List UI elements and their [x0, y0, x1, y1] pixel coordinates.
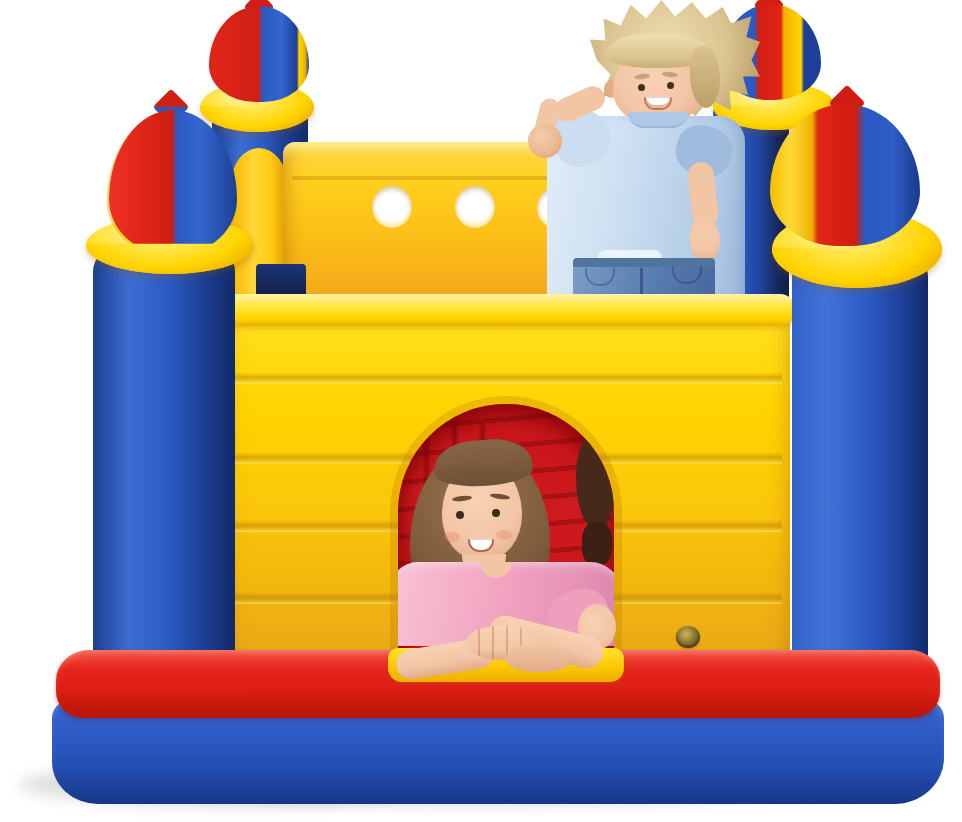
- boy-left-hand: [690, 218, 720, 262]
- boy-eye-left: [638, 84, 645, 91]
- porthole-window-2: [455, 186, 495, 228]
- product-photo-bounce-house: [0, 0, 962, 822]
- girl-eye-right: [492, 509, 500, 517]
- boy-eye-right: [667, 82, 674, 89]
- boy-tshirt-collar: [628, 112, 688, 128]
- interior-shadow-figure-lower: [582, 522, 612, 566]
- tower-dome-back-left: [209, 6, 309, 102]
- boy-right-fist: [528, 124, 562, 158]
- girl-hand-under: [506, 644, 572, 672]
- front-wall-rib-1: [230, 372, 782, 384]
- air-valve: [676, 626, 700, 648]
- porthole-window-1: [372, 186, 412, 228]
- tower-column-front-left: [93, 246, 235, 686]
- front-wall-top-ridge: [216, 294, 796, 326]
- girl-cheek-right: [496, 530, 512, 540]
- girl-eye-left: [456, 511, 464, 519]
- tower-column-front-right: [792, 252, 928, 684]
- girl-cheek-left: [444, 532, 460, 542]
